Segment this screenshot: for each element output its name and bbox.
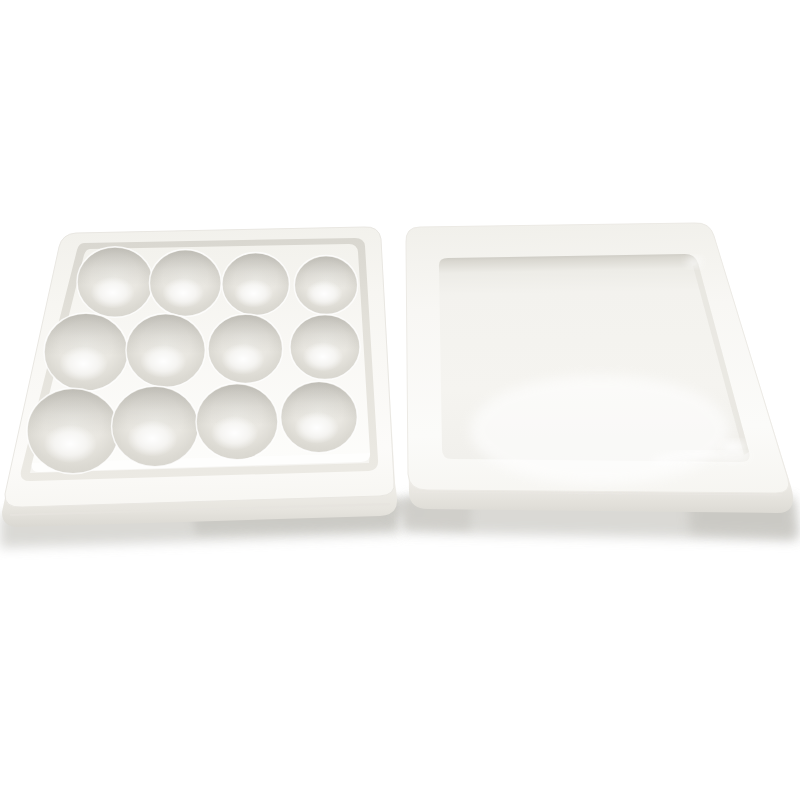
- well-highlight: [234, 279, 273, 307]
- tray-gloss-glint: [721, 442, 745, 452]
- well-highlight: [140, 345, 186, 378]
- well-highlight: [127, 420, 177, 456]
- well-highlight: [294, 412, 339, 444]
- well-highlight: [211, 416, 258, 450]
- product-photo: [0, 0, 800, 800]
- scene-svg: [0, 0, 800, 800]
- well-highlight: [221, 343, 264, 374]
- well-highlight: [162, 278, 204, 308]
- well-highlight: [91, 277, 135, 309]
- well-highlight: [59, 346, 108, 381]
- well-highlight: [44, 425, 97, 464]
- tray-corner-glint: [687, 258, 701, 266]
- wells-grid: [27, 247, 360, 474]
- well-highlight: [306, 281, 343, 308]
- palette-group: [2, 227, 397, 527]
- well-highlight: [303, 342, 344, 371]
- tray-gloss-soft: [470, 375, 730, 485]
- cover-tray-group: [406, 223, 793, 513]
